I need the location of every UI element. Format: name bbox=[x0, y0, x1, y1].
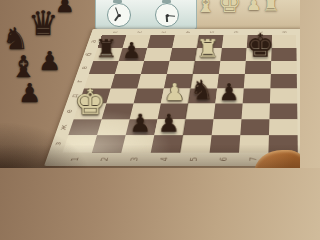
black-pawn[interactable]: ♟ bbox=[126, 111, 155, 136]
clock-right-dial bbox=[155, 3, 179, 27]
square-c1[interactable] bbox=[89, 61, 119, 75]
board-grid: ♜♟♜♚♟♞♟♚♟♟ bbox=[62, 35, 297, 152]
square-e4[interactable]: ♟ bbox=[161, 88, 191, 103]
square-c8[interactable] bbox=[271, 61, 297, 75]
square-d7[interactable] bbox=[244, 74, 271, 88]
square-g3[interactable]: ♟ bbox=[126, 119, 158, 135]
white-pawn[interactable]: ♟ bbox=[161, 80, 188, 104]
square-e2[interactable] bbox=[106, 88, 137, 103]
square-h1[interactable] bbox=[62, 135, 96, 152]
square-e5[interactable]: ♞ bbox=[188, 88, 217, 103]
square-c6[interactable] bbox=[219, 61, 246, 75]
square-b7[interactable]: ♚ bbox=[246, 48, 272, 61]
square-h5[interactable] bbox=[180, 135, 211, 152]
captured-white-k: ♚ bbox=[218, 0, 241, 16]
square-f5[interactable] bbox=[186, 103, 216, 119]
square-b2[interactable]: ♟ bbox=[119, 48, 148, 61]
square-a6[interactable] bbox=[222, 35, 248, 47]
square-g5[interactable] bbox=[183, 119, 214, 135]
square-f1[interactable]: ♚ bbox=[74, 103, 107, 119]
black-pawn[interactable]: ♟ bbox=[216, 80, 243, 104]
square-h7[interactable] bbox=[239, 135, 269, 152]
square-g2[interactable] bbox=[97, 119, 130, 135]
black-pawn[interactable]: ♟ bbox=[155, 111, 184, 136]
chess-board: абвгдежз 12345678 12345678 ♜♟♜♚♟♞♟♚♟♟ bbox=[44, 29, 300, 166]
square-c5[interactable] bbox=[193, 61, 221, 75]
square-h6[interactable] bbox=[210, 135, 241, 152]
square-g8[interactable] bbox=[269, 119, 298, 135]
black-pawn[interactable]: ♟ bbox=[119, 39, 144, 61]
captured-white-b: ♝ bbox=[196, 0, 216, 16]
square-a8[interactable] bbox=[272, 35, 297, 47]
captured-black-p: ♟ bbox=[38, 48, 61, 74]
square-a3[interactable] bbox=[147, 35, 174, 47]
square-b4[interactable] bbox=[170, 48, 198, 61]
square-d8[interactable] bbox=[270, 74, 297, 88]
square-f6[interactable] bbox=[214, 103, 243, 119]
square-e8[interactable] bbox=[270, 88, 297, 103]
square-c3[interactable] bbox=[141, 61, 170, 75]
white-rook[interactable]: ♜ bbox=[195, 36, 220, 61]
captured-white-p: ♟ bbox=[246, 0, 261, 13]
square-e6[interactable]: ♟ bbox=[215, 88, 243, 103]
chess-clock bbox=[95, 0, 197, 30]
square-g4[interactable]: ♟ bbox=[154, 119, 185, 135]
square-h2[interactable] bbox=[92, 135, 126, 152]
captured-black-q: ♛ bbox=[28, 6, 58, 40]
white-king[interactable]: ♚ bbox=[75, 84, 103, 119]
square-g7[interactable] bbox=[240, 119, 269, 135]
square-g6[interactable] bbox=[212, 119, 242, 135]
captured-white-r: ♜ bbox=[262, 0, 280, 14]
square-b6[interactable] bbox=[220, 48, 246, 61]
clock-left-dial bbox=[107, 3, 131, 27]
square-e3[interactable] bbox=[134, 88, 164, 103]
square-e7[interactable] bbox=[243, 88, 271, 103]
square-c4[interactable] bbox=[167, 61, 195, 75]
square-d2[interactable] bbox=[111, 74, 141, 88]
black-knight[interactable]: ♞ bbox=[188, 77, 215, 104]
square-b3[interactable] bbox=[144, 48, 172, 61]
square-b8[interactable] bbox=[271, 48, 296, 61]
square-f8[interactable] bbox=[269, 103, 297, 119]
square-h3[interactable] bbox=[121, 135, 154, 152]
square-f7[interactable] bbox=[241, 103, 269, 119]
square-c2[interactable] bbox=[115, 61, 144, 75]
square-h4[interactable] bbox=[151, 135, 183, 152]
black-king[interactable]: ♚ bbox=[246, 29, 271, 61]
square-b5[interactable]: ♜ bbox=[195, 48, 222, 61]
captured-black-p: ♟ bbox=[18, 80, 41, 106]
captured-black-p: ♟ bbox=[55, 0, 75, 16]
board-frame: абвгдежз 12345678 12345678 ♜♟♜♚♟♞♟♚♟♟ bbox=[44, 29, 300, 166]
black-rook[interactable]: ♜ bbox=[94, 36, 119, 61]
square-c7[interactable] bbox=[245, 61, 271, 75]
